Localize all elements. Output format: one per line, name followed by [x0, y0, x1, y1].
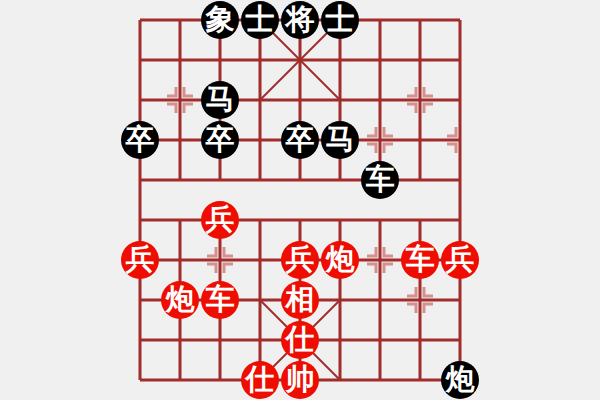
piece-red-advisor[interactable]: 仕	[241, 361, 279, 399]
piece-glyph: 兵	[206, 205, 235, 234]
board-point[interactable]	[240, 200, 280, 240]
board-point[interactable]	[160, 120, 200, 160]
board-point[interactable]	[360, 0, 400, 40]
piece-red-soldier[interactable]: 兵	[201, 201, 239, 239]
board-point[interactable]	[240, 280, 280, 320]
board-point[interactable]	[400, 200, 440, 240]
board-point[interactable]: 帅	[280, 360, 320, 400]
board-point[interactable]	[280, 200, 320, 240]
board-point[interactable]	[240, 240, 280, 280]
piece-black-soldier[interactable]: 卒	[121, 121, 159, 159]
board-point[interactable]	[120, 40, 160, 80]
board-point[interactable]	[440, 160, 480, 200]
board-point[interactable]: 相	[280, 280, 320, 320]
board-point[interactable]: 车	[360, 160, 400, 200]
piece-glyph: 炮	[446, 365, 475, 394]
board-point[interactable]	[360, 120, 400, 160]
board-point[interactable]	[240, 120, 280, 160]
board-point[interactable]: 车	[200, 280, 240, 320]
xiangqi-board: 象士将士马卒卒卒马车兵兵兵炮车兵炮车相仕仕帅炮	[120, 0, 480, 400]
piece-black-elephant[interactable]: 象	[201, 1, 239, 39]
board-point[interactable]: 马	[200, 80, 240, 120]
piece-glyph: 士	[246, 5, 275, 34]
piece-glyph: 象	[206, 5, 235, 34]
piece-glyph: 仕	[286, 325, 315, 354]
board-point[interactable]	[360, 80, 400, 120]
board-point[interactable]	[240, 80, 280, 120]
piece-glyph: 相	[286, 285, 315, 314]
board-point[interactable]	[120, 200, 160, 240]
board-point[interactable]	[320, 80, 360, 120]
board-point[interactable]: 仕	[280, 320, 320, 360]
board-point[interactable]: 将	[280, 0, 320, 40]
board-point[interactable]	[160, 80, 200, 120]
board-point[interactable]	[360, 40, 400, 80]
piece-glyph: 将	[286, 5, 315, 34]
board-point[interactable]	[160, 200, 200, 240]
board-point[interactable]: 车	[400, 240, 440, 280]
board-point[interactable]	[200, 360, 240, 400]
piece-black-advisor[interactable]: 士	[241, 1, 279, 39]
board-point[interactable]	[240, 160, 280, 200]
board-point[interactable]	[360, 320, 400, 360]
board-point[interactable]	[240, 40, 280, 80]
piece-glyph: 炮	[326, 245, 355, 274]
board-point[interactable]	[160, 320, 200, 360]
board-point[interactable]: 卒	[280, 120, 320, 160]
piece-glyph: 马	[206, 85, 235, 114]
board-point[interactable]	[280, 80, 320, 120]
board-point[interactable]	[400, 80, 440, 120]
board-point[interactable]	[160, 240, 200, 280]
board-point[interactable]	[320, 320, 360, 360]
board-point[interactable]	[120, 160, 160, 200]
board-point[interactable]	[400, 120, 440, 160]
board-point[interactable]: 炮	[440, 360, 480, 400]
board-point[interactable]: 卒	[200, 120, 240, 160]
piece-black-chariot[interactable]: 车	[361, 161, 399, 199]
piece-black-horse[interactable]: 马	[321, 121, 359, 159]
piece-glyph: 兵	[126, 245, 155, 274]
piece-glyph: 车	[206, 285, 235, 314]
board-point[interactable]	[400, 280, 440, 320]
board-point[interactable]	[160, 40, 200, 80]
board-point[interactable]	[440, 40, 480, 80]
board-point[interactable]	[360, 360, 400, 400]
board-point[interactable]	[200, 40, 240, 80]
piece-black-advisor[interactable]: 士	[321, 1, 359, 39]
board-point[interactable]	[320, 360, 360, 400]
board-point[interactable]: 士	[240, 0, 280, 40]
board-point[interactable]	[440, 200, 480, 240]
piece-glyph: 帅	[286, 365, 315, 394]
piece-glyph: 仕	[246, 365, 275, 394]
board-point[interactable]	[200, 320, 240, 360]
board-point[interactable]	[120, 280, 160, 320]
piece-glyph: 卒	[206, 125, 235, 154]
board-points: 象士将士马卒卒卒马车兵兵兵炮车兵炮车相仕仕帅炮	[120, 0, 480, 400]
board-point[interactable]	[320, 280, 360, 320]
board-point[interactable]: 兵	[200, 200, 240, 240]
piece-black-horse[interactable]: 马	[201, 81, 239, 119]
board-point[interactable]	[280, 40, 320, 80]
board-point[interactable]	[400, 360, 440, 400]
board-point[interactable]: 马	[320, 120, 360, 160]
board-point[interactable]	[120, 80, 160, 120]
board-point[interactable]	[360, 280, 400, 320]
piece-red-soldier[interactable]: 兵	[281, 241, 319, 279]
board-point[interactable]	[400, 320, 440, 360]
piece-black-general[interactable]: 将	[281, 1, 319, 39]
piece-red-advisor[interactable]: 仕	[281, 321, 319, 359]
board-point[interactable]: 士	[320, 0, 360, 40]
piece-glyph: 卒	[126, 125, 155, 154]
board-point[interactable]: 仕	[240, 360, 280, 400]
piece-glyph: 马	[326, 125, 355, 154]
board-point[interactable]	[280, 160, 320, 200]
piece-glyph: 兵	[446, 245, 475, 274]
board-point[interactable]	[160, 360, 200, 400]
piece-glyph: 兵	[286, 245, 315, 274]
piece-black-cannon[interactable]: 炮	[441, 361, 479, 399]
piece-red-general[interactable]: 帅	[281, 361, 319, 399]
board-point[interactable]	[440, 320, 480, 360]
board-point[interactable]: 卒	[120, 120, 160, 160]
board-point[interactable]	[400, 0, 440, 40]
board-point[interactable]	[160, 0, 200, 40]
board-point[interactable]	[360, 200, 400, 240]
board-point[interactable]	[440, 0, 480, 40]
piece-glyph: 炮	[166, 285, 195, 314]
piece-glyph: 卒	[286, 125, 315, 154]
background: 象士将士马卒卒卒马车兵兵兵炮车兵炮车相仕仕帅炮	[0, 0, 600, 400]
piece-red-elephant[interactable]: 相	[281, 281, 319, 319]
board-point[interactable]: 兵	[440, 240, 480, 280]
piece-red-soldier[interactable]: 兵	[121, 241, 159, 279]
piece-red-cannon[interactable]: 炮	[321, 241, 359, 279]
board-point[interactable]	[200, 240, 240, 280]
board-point[interactable]	[120, 320, 160, 360]
board-point[interactable]	[360, 240, 400, 280]
piece-red-chariot[interactable]: 车	[201, 281, 239, 319]
board-point[interactable]	[120, 0, 160, 40]
board-point[interactable]	[400, 160, 440, 200]
piece-red-chariot[interactable]: 车	[401, 241, 439, 279]
board-point[interactable]	[320, 40, 360, 80]
board-point[interactable]: 炮	[160, 280, 200, 320]
board-point[interactable]: 兵	[120, 240, 160, 280]
piece-black-soldier[interactable]: 卒	[201, 121, 239, 159]
board-point[interactable]	[120, 360, 160, 400]
board-point[interactable]	[440, 80, 480, 120]
piece-glyph: 车	[366, 165, 395, 194]
board-point[interactable]	[240, 320, 280, 360]
board-point[interactable]	[400, 40, 440, 80]
board-point[interactable]	[440, 120, 480, 160]
board-point[interactable]	[320, 200, 360, 240]
piece-glyph: 车	[406, 245, 435, 274]
board-point[interactable]: 象	[200, 0, 240, 40]
board-point[interactable]: 兵	[280, 240, 320, 280]
piece-black-soldier[interactable]: 卒	[281, 121, 319, 159]
board-point[interactable]	[160, 160, 200, 200]
board-point[interactable]: 炮	[320, 240, 360, 280]
board-point[interactable]	[200, 160, 240, 200]
piece-glyph: 士	[326, 5, 355, 34]
board-point[interactable]	[440, 280, 480, 320]
board-point[interactable]	[320, 160, 360, 200]
piece-red-soldier[interactable]: 兵	[441, 241, 479, 279]
piece-red-cannon[interactable]: 炮	[161, 281, 199, 319]
